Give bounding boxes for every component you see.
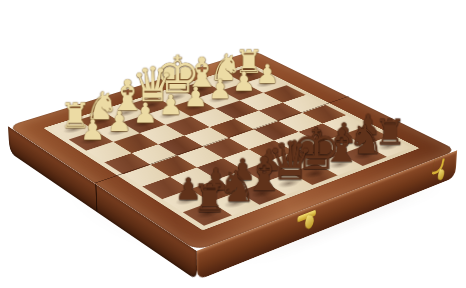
brass-clasp[interactable] — [297, 209, 316, 232]
chess-set-product-photo: ♜♞♝♛♚♝♞♜♟♟♟♟♟♟♟♟♟♟♟♟♟♟♟♟♜♞♝♛♚♝♞♜ — [0, 0, 466, 288]
board-top-surface: ♜♞♝♛♚♝♞♜♟♟♟♟♟♟♟♟♟♟♟♟♟♟♟♟♜♞♝♛♚♝♞♜ — [8, 51, 457, 251]
chess-board: ♜♞♝♛♚♝♞♜♟♟♟♟♟♟♟♟♟♟♟♟♟♟♟♟♜♞♝♛♚♝♞♜ — [8, 51, 457, 251]
pawn-glyph: ♟ — [80, 117, 105, 145]
pawn-glyph: ♟ — [184, 84, 208, 111]
pawn-glyph: ♟ — [256, 62, 279, 88]
pawn-glyph: ♟ — [107, 108, 132, 136]
brass-hook-clasp[interactable] — [432, 157, 445, 183]
pawn-glyph: ♟ — [208, 77, 232, 104]
pawn-glyph: ♟ — [133, 100, 158, 128]
pawn-glyph: ♟ — [232, 69, 256, 95]
pawn-glyph: ♟ — [159, 92, 183, 119]
fold-seam-side — [95, 184, 97, 213]
scene: ♜♞♝♛♚♝♞♜♟♟♟♟♟♟♟♟♟♟♟♟♟♟♟♟♜♞♝♛♚♝♞♜ — [0, 0, 466, 288]
rook-glyph: ♜ — [192, 180, 227, 218]
